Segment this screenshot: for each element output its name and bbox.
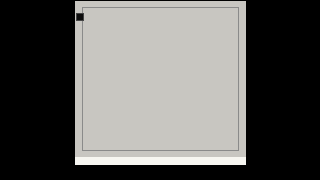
black-to-move-indicator-icon xyxy=(76,13,84,21)
board-panel xyxy=(75,1,246,165)
file-labels-bottom xyxy=(75,151,246,157)
rank-labels-right xyxy=(239,7,246,151)
rank-labels-left xyxy=(75,7,82,151)
game-caption xyxy=(75,157,246,165)
board-frame xyxy=(75,1,246,157)
chess-board[interactable] xyxy=(82,7,239,151)
status-line xyxy=(75,158,246,163)
